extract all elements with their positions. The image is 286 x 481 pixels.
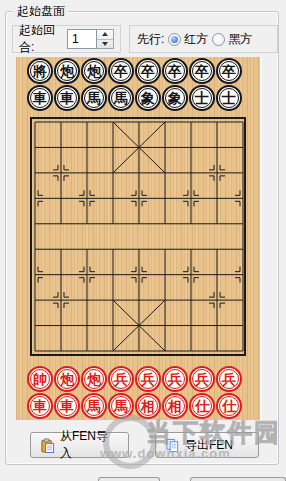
tray-piece-red[interactable]: 相 — [135, 393, 161, 419]
tray-piece-black[interactable]: 車 — [54, 85, 80, 111]
red-tray-row-2: 車車馬馬相相仕仕 — [27, 393, 242, 419]
import-fen-label: 从FEN导入 — [60, 428, 119, 462]
radio-red-icon[interactable] — [168, 33, 181, 46]
piece-character: 仕 — [222, 399, 236, 413]
partial-button-fragment — [98, 477, 160, 481]
up-arrow-icon — [102, 32, 108, 36]
tray-piece-red[interactable]: 兵 — [135, 366, 161, 392]
tray-piece-black[interactable]: 卒 — [162, 58, 188, 84]
spinner-buttons — [97, 29, 114, 49]
tray-piece-red[interactable]: 兵 — [189, 366, 215, 392]
tray-piece-red[interactable]: 帥 — [27, 366, 53, 392]
first-move-label: 先行: — [137, 31, 164, 48]
piece-character: 卒 — [168, 64, 182, 78]
copy-icon — [165, 438, 180, 453]
red-tray-row-1: 帥炮炮兵兵兵兵兵 — [27, 366, 242, 392]
tray-piece-red[interactable]: 仕 — [189, 393, 215, 419]
piece-character: 馬 — [87, 399, 101, 413]
tray-piece-black[interactable]: 士 — [216, 85, 242, 111]
start-round-panel: 起始回合: 1 — [12, 25, 121, 53]
tray-piece-black[interactable]: 馬 — [108, 85, 134, 111]
radio-black[interactable]: 黑方 — [212, 31, 252, 48]
spinner-down-button[interactable] — [97, 40, 113, 49]
tray-piece-red[interactable]: 相 — [162, 393, 188, 419]
piece-character: 炮 — [87, 372, 101, 386]
tray-piece-black[interactable]: 車 — [27, 85, 53, 111]
paste-icon — [40, 438, 55, 453]
piece-character: 象 — [168, 91, 182, 105]
piece-character: 士 — [222, 91, 236, 105]
piece-character: 士 — [195, 91, 209, 105]
piece-character: 車 — [60, 91, 74, 105]
piece-character: 車 — [33, 399, 47, 413]
piece-character: 馬 — [87, 91, 101, 105]
tray-piece-black[interactable]: 士 — [189, 85, 215, 111]
tray-piece-red[interactable]: 車 — [27, 393, 53, 419]
tray-piece-black[interactable]: 炮 — [54, 58, 80, 84]
spinner-up-button[interactable] — [97, 30, 113, 40]
tray-piece-red[interactable]: 炮 — [81, 366, 107, 392]
piece-character: 卒 — [195, 64, 209, 78]
start-round-spinner[interactable]: 1 — [67, 29, 114, 49]
piece-character: 炮 — [87, 64, 101, 78]
export-fen-label: 导出FEN — [185, 437, 233, 454]
radio-red[interactable]: 红方 — [168, 31, 208, 48]
tray-piece-red[interactable]: 炮 — [54, 366, 80, 392]
tray-piece-black[interactable]: 象 — [135, 85, 161, 111]
groupbox-title: 起始盘面 — [13, 3, 69, 20]
black-tray-row-1: 將炮炮卒卒卒卒卒 — [27, 58, 242, 84]
piece-character: 卒 — [222, 64, 236, 78]
piece-character: 馬 — [114, 399, 128, 413]
partial-button-fragment — [190, 477, 286, 481]
xiangqi-board[interactable]: 將炮炮卒卒卒卒卒 車車馬馬象象士士 帥炮炮兵兵兵兵兵 車車馬馬相相仕仕 — [16, 57, 262, 420]
piece-character: 車 — [60, 399, 74, 413]
piece-character: 炮 — [60, 64, 74, 78]
tray-piece-red[interactable]: 車 — [54, 393, 80, 419]
import-fen-button[interactable]: 从FEN导入 — [30, 432, 129, 458]
tray-piece-black[interactable]: 卒 — [108, 58, 134, 84]
piece-character: 炮 — [60, 372, 74, 386]
tray-piece-black[interactable]: 將 — [27, 58, 53, 84]
piece-character: 兵 — [141, 372, 155, 386]
tray-piece-black[interactable]: 卒 — [135, 58, 161, 84]
tray-piece-red[interactable]: 兵 — [108, 366, 134, 392]
tray-piece-red[interactable]: 兵 — [162, 366, 188, 392]
piece-character: 兵 — [168, 372, 182, 386]
piece-character: 象 — [141, 91, 155, 105]
piece-character: 卒 — [141, 64, 155, 78]
tray-piece-black[interactable]: 卒 — [189, 58, 215, 84]
first-move-panel: 先行: 红方 黑方 — [129, 25, 278, 53]
tray-piece-red[interactable]: 馬 — [81, 393, 107, 419]
piece-character: 兵 — [114, 372, 128, 386]
start-round-label: 起始回合: — [19, 22, 62, 56]
tray-piece-black[interactable]: 炮 — [81, 58, 107, 84]
piece-character: 卒 — [114, 64, 128, 78]
tray-piece-red[interactable]: 馬 — [108, 393, 134, 419]
start-round-value[interactable]: 1 — [67, 29, 97, 49]
piece-character: 車 — [33, 91, 47, 105]
board-setup-dialog: 起始盘面 起始回合: 1 先行: 红方 黑方 將炮炮卒卒卒卒卒 車車馬馬象象士士… — [0, 0, 286, 481]
piece-character: 馬 — [114, 91, 128, 105]
tray-piece-black[interactable]: 卒 — [216, 58, 242, 84]
piece-character: 兵 — [195, 372, 209, 386]
piece-character: 相 — [168, 399, 182, 413]
down-arrow-icon — [102, 42, 108, 46]
tray-piece-black[interactable]: 馬 — [81, 85, 107, 111]
piece-character: 相 — [141, 399, 155, 413]
piece-character: 帥 — [33, 372, 47, 386]
radio-black-icon[interactable] — [212, 33, 225, 46]
tray-piece-red[interactable]: 兵 — [216, 366, 242, 392]
piece-character: 兵 — [222, 372, 236, 386]
piece-character: 仕 — [195, 399, 209, 413]
tray-piece-black[interactable]: 象 — [162, 85, 188, 111]
piece-character: 將 — [33, 64, 47, 78]
tray-piece-red[interactable]: 仕 — [216, 393, 242, 419]
black-tray-row-2: 車車馬馬象象士士 — [27, 85, 242, 111]
export-fen-button[interactable]: 导出FEN — [155, 432, 259, 458]
